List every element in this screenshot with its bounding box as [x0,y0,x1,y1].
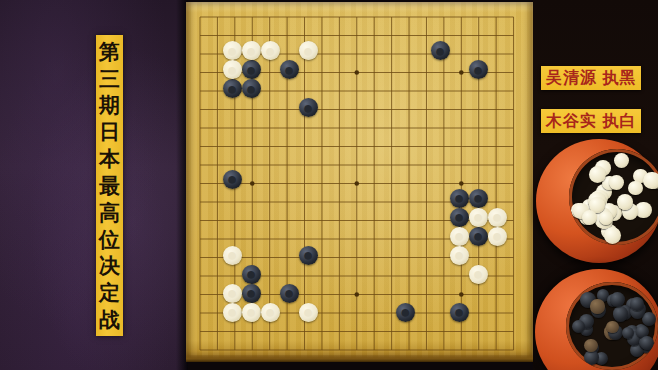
banner-char: 位 [96,229,123,250]
go-board[interactable]: ●●●●●●●●●●●●●●●●●●●●●●●●●●●●●●●●●●● [186,2,533,362]
player-black-label: 吴清源 执黑 [541,66,641,90]
stone-white: ● [469,265,488,284]
banner-char: 高 [96,202,123,223]
bowl-white-stone [589,166,606,183]
stone-black: ● [450,208,469,227]
bowl-white-stone [643,172,658,190]
black-stone-bowl [535,269,658,370]
stone-white: ● [299,303,318,322]
bowl-white-stone [617,194,633,210]
banner-char: 期 [96,94,123,115]
banner-char: 本 [96,148,123,169]
white-stone-bowl-opening [569,149,658,245]
stone-black: ● [450,303,469,322]
bowl-black-stone [584,339,598,353]
bowl-white-stone [604,227,621,244]
title-banner: 第三期日本最高位决定战 [96,35,123,336]
banner-char: 日 [96,121,123,142]
bowl-black-stone [622,327,634,339]
left-background [0,0,188,370]
banner-char: 战 [96,309,123,330]
stone-black: ● [242,284,261,303]
stone-white: ● [261,303,280,322]
bowl-black-stone [613,306,628,321]
board-front-edge [186,355,533,362]
stone-black: ● [299,98,318,117]
stone-black: ● [223,170,242,189]
bowl-black-stone [640,336,654,350]
stone-black: ● [469,189,488,208]
stone-white: ● [450,227,469,246]
bowl-black-stone [590,299,604,313]
stone-black: ● [431,41,450,60]
white-stone-bowl [536,139,658,263]
bowl-white-stone [628,181,642,195]
stone-white: ● [223,41,242,60]
stone-white: ● [223,60,242,79]
stone-black: ● [469,60,488,79]
banner-char: 三 [96,68,123,89]
banner-char: 最 [96,175,123,196]
stone-white: ● [450,246,469,265]
stone-white: ● [223,303,242,322]
stone-black: ● [450,189,469,208]
right-panel: 吴清源 执黑 木谷实 执白 [533,0,658,370]
bowl-white-stone [609,175,624,190]
stone-white: ● [223,284,242,303]
stone-black: ● [280,60,299,79]
stone-white: ● [242,303,261,322]
bowl-black-stone [606,321,619,334]
bowl-white-stone [582,210,597,225]
stone-white: ● [223,246,242,265]
screenshot-stage: 第三期日本最高位决定战 ●●●●●●●●●●●●●●●●●●●●●●●●●●●●… [0,0,658,370]
stone-black: ● [280,284,299,303]
stones-layer: ●●●●●●●●●●●●●●●●●●●●●●●●●●●●●●●●●●● [191,8,522,360]
stone-black: ● [223,79,242,98]
stone-white: ● [488,208,507,227]
banner-char: 第 [96,41,123,62]
banner-char: 决 [96,255,123,276]
stone-black: ● [299,246,318,265]
stone-white: ● [469,208,488,227]
banner-char: 定 [96,282,123,303]
stone-white: ● [299,41,318,60]
stone-black: ● [242,79,261,98]
bowl-white-stone [614,153,629,168]
player-white-label: 木谷实 执白 [541,109,641,133]
stone-white: ● [488,227,507,246]
stone-black: ● [396,303,415,322]
black-stone-bowl-opening [566,282,658,370]
stone-black: ● [242,60,261,79]
stone-black: ● [242,265,261,284]
stone-white: ● [242,41,261,60]
stone-black: ● [469,227,488,246]
stone-white: ● [261,41,280,60]
